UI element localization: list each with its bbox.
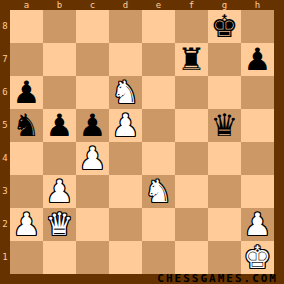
square-g3: [208, 175, 241, 208]
square-h6: [241, 76, 274, 109]
square-h5: [241, 109, 274, 142]
square-f6: [175, 76, 208, 109]
black-queen-g5: ♛: [211, 109, 239, 142]
square-e2: [142, 208, 175, 241]
square-e6: [142, 76, 175, 109]
square-g7: [208, 43, 241, 76]
square-b8: [43, 10, 76, 43]
square-c1: [76, 241, 109, 274]
black-pawn-a6: ♟: [13, 76, 41, 109]
black-rook-f7: ♜: [178, 43, 206, 76]
square-b1: [43, 241, 76, 274]
white-king-h1: ♚: [244, 241, 272, 274]
square-h2: ♟: [241, 208, 274, 241]
square-g4: [208, 142, 241, 175]
square-g2: [208, 208, 241, 241]
rank-label-5: 5: [0, 109, 10, 142]
square-a8: [10, 10, 43, 43]
square-e7: [142, 43, 175, 76]
square-d6: ♞: [109, 76, 142, 109]
rank-label-2: 2: [0, 208, 10, 241]
rank-label-6: 6: [0, 76, 10, 109]
black-pawn-b5: ♟: [46, 109, 74, 142]
white-pawn-d5: ♟: [112, 109, 140, 142]
square-c8: [76, 10, 109, 43]
square-c7: [76, 43, 109, 76]
file-label-c: c: [76, 0, 109, 10]
square-f2: [175, 208, 208, 241]
rank-labels: 87654321: [0, 10, 10, 274]
square-d5: ♟: [109, 109, 142, 142]
square-h8: [241, 10, 274, 43]
square-a1: [10, 241, 43, 274]
square-h1: ♚: [241, 241, 274, 274]
square-f4: [175, 142, 208, 175]
white-pawn-h2: ♟: [244, 208, 272, 241]
square-b3: ♟: [43, 175, 76, 208]
square-d3: [109, 175, 142, 208]
square-c2: [76, 208, 109, 241]
square-c4: ♟: [76, 142, 109, 175]
square-e3: ♞: [142, 175, 175, 208]
square-a3: [10, 175, 43, 208]
chess-board: ♚♜♟♟♞♞♟♟♟♛♟♟♞♟♛♟♚: [10, 10, 274, 274]
square-e1: [142, 241, 175, 274]
black-king-g8: ♚: [211, 10, 239, 43]
square-d7: [109, 43, 142, 76]
square-e4: [142, 142, 175, 175]
watermark-text: CHESSGAMES.COM: [157, 273, 278, 284]
square-g5: ♛: [208, 109, 241, 142]
rank-label-1: 1: [0, 241, 10, 274]
square-f3: [175, 175, 208, 208]
square-e5: [142, 109, 175, 142]
square-f5: [175, 109, 208, 142]
square-h4: [241, 142, 274, 175]
square-e8: [142, 10, 175, 43]
square-d2: [109, 208, 142, 241]
square-h7: ♟: [241, 43, 274, 76]
square-f7: ♜: [175, 43, 208, 76]
square-a5: ♞: [10, 109, 43, 142]
rank-label-8: 8: [0, 10, 10, 43]
black-knight-a5: ♞: [13, 109, 41, 142]
square-b6: [43, 76, 76, 109]
file-label-e: e: [142, 0, 175, 10]
square-c5: ♟: [76, 109, 109, 142]
square-b2: ♛: [43, 208, 76, 241]
black-pawn-h7: ♟: [244, 43, 272, 76]
square-d1: [109, 241, 142, 274]
rank-label-4: 4: [0, 142, 10, 175]
file-label-d: d: [109, 0, 142, 10]
black-pawn-c5: ♟: [79, 109, 107, 142]
square-b7: [43, 43, 76, 76]
square-g1: [208, 241, 241, 274]
square-h3: [241, 175, 274, 208]
rank-label-3: 3: [0, 175, 10, 208]
white-pawn-b3: ♟: [46, 175, 74, 208]
square-a7: [10, 43, 43, 76]
file-label-f: f: [175, 0, 208, 10]
file-label-b: b: [43, 0, 76, 10]
square-b5: ♟: [43, 109, 76, 142]
white-knight-d6: ♞: [112, 76, 140, 109]
square-a2: ♟: [10, 208, 43, 241]
rank-label-7: 7: [0, 43, 10, 76]
square-f8: [175, 10, 208, 43]
square-c3: [76, 175, 109, 208]
square-d8: [109, 10, 142, 43]
square-g8: ♚: [208, 10, 241, 43]
white-pawn-c4: ♟: [79, 142, 107, 175]
file-label-h: h: [241, 0, 274, 10]
square-f1: [175, 241, 208, 274]
square-a4: [10, 142, 43, 175]
square-a6: ♟: [10, 76, 43, 109]
chess-diagram: abcdefgh 87654321 ♚♜♟♟♞♞♟♟♟♛♟♟♞♟♛♟♚ CHES…: [0, 0, 284, 284]
square-c6: [76, 76, 109, 109]
square-d4: [109, 142, 142, 175]
white-queen-b2: ♛: [46, 208, 74, 241]
square-g6: [208, 76, 241, 109]
file-label-a: a: [10, 0, 43, 10]
white-knight-e3: ♞: [145, 175, 173, 208]
square-b4: [43, 142, 76, 175]
white-pawn-a2: ♟: [13, 208, 41, 241]
